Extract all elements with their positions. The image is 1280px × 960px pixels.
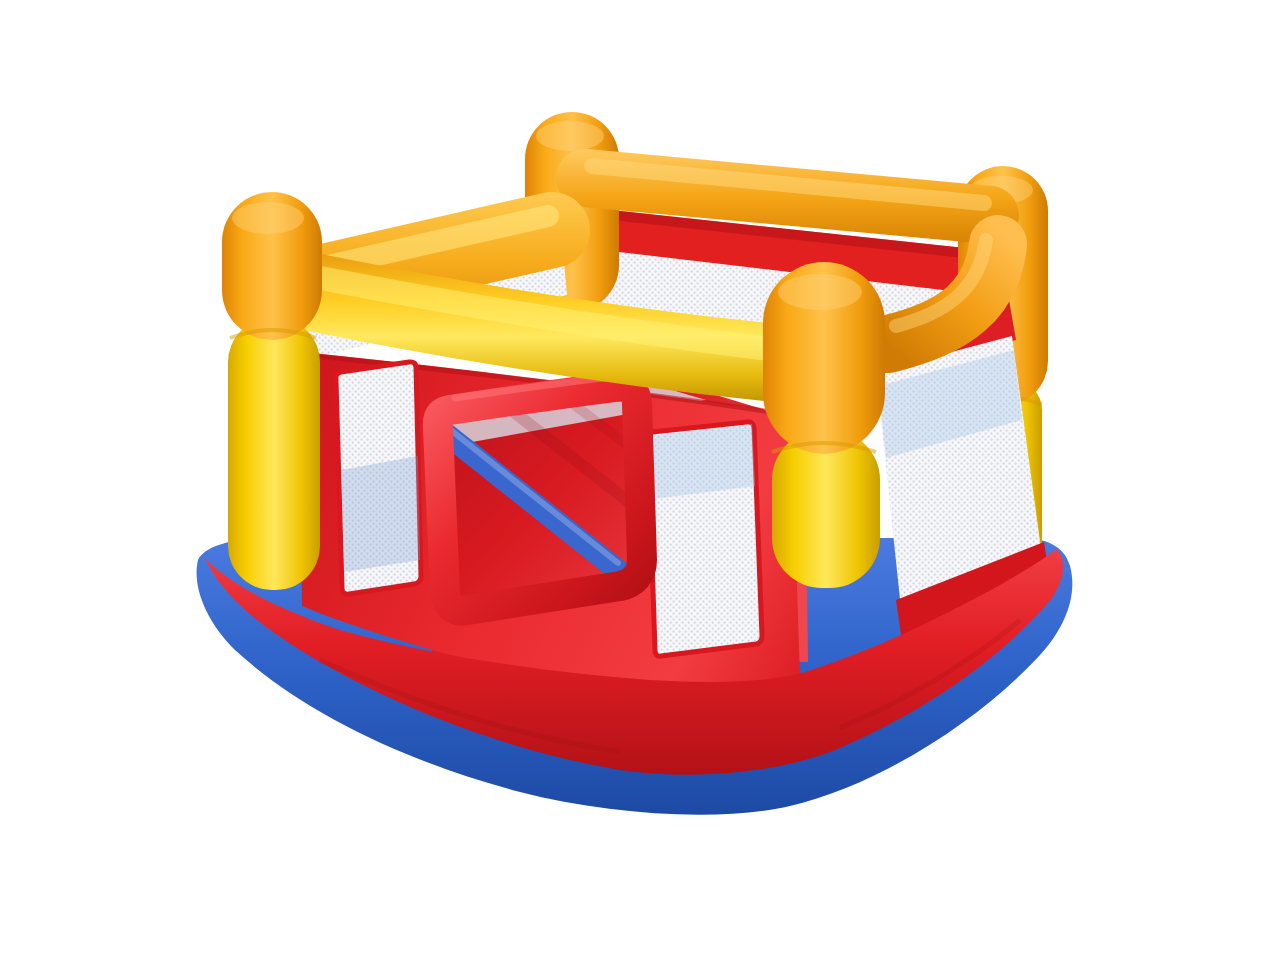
front-left-post [222,192,322,590]
back-left-post-sheen [536,121,604,151]
front-right-mesh-reflection [650,424,755,499]
back-top-rail [585,166,990,215]
front-left-post-yellow [228,318,320,590]
product-photo-stage: Inflatable bounce house playhouse bounce… [0,0,1280,960]
front-right-post [763,262,885,588]
bounce-house-illustration: Inflatable bounce house playhouse bounce… [0,0,1280,960]
front-left-post-sheen [232,202,304,234]
front-left-mesh-tint [341,456,420,572]
front-right-post-sheen [778,274,862,310]
